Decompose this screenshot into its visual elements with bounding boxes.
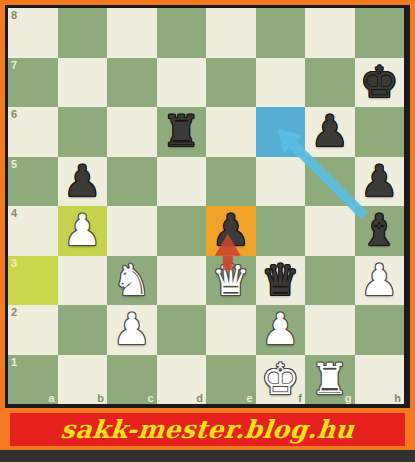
piece-black-pawn-b5[interactable]: ♟ <box>58 157 108 207</box>
square-c4[interactable] <box>107 206 157 256</box>
rank-label-5: 5 <box>11 158 17 170</box>
square-f2[interactable]: ♟ <box>256 305 306 355</box>
square-d6[interactable]: ♜ <box>157 107 207 157</box>
file-label-e: e <box>246 392 252 404</box>
file-label-d: d <box>196 392 203 404</box>
square-c3[interactable]: ♞ <box>107 256 157 306</box>
site-banner-text: sakk-mester.blog.hu <box>59 415 355 444</box>
square-b7[interactable] <box>58 58 108 108</box>
square-g1[interactable]: g♜ <box>305 355 355 405</box>
square-c8[interactable] <box>107 8 157 58</box>
board-frame: 87♚6♜♟5♟♟4♟♟♝3♞♛♛♟2♟♟1abcdef♚g♜h <box>5 5 410 408</box>
file-label-g: g <box>345 392 352 404</box>
square-b3[interactable] <box>58 256 108 306</box>
square-h3[interactable]: ♟ <box>355 256 405 306</box>
square-a6[interactable]: 6 <box>8 107 58 157</box>
square-a1[interactable]: 1a <box>8 355 58 405</box>
square-b2[interactable] <box>58 305 108 355</box>
file-label-a: a <box>48 392 54 404</box>
piece-black-pawn-h5[interactable]: ♟ <box>355 157 405 207</box>
piece-black-king-h7[interactable]: ♚ <box>355 58 405 108</box>
square-e2[interactable] <box>206 305 256 355</box>
square-g2[interactable] <box>305 305 355 355</box>
piece-black-pawn-e4[interactable]: ♟ <box>206 206 256 256</box>
square-e6[interactable] <box>206 107 256 157</box>
square-d3[interactable] <box>157 256 207 306</box>
square-c5[interactable] <box>107 157 157 207</box>
site-banner: sakk-mester.blog.hu <box>10 413 405 446</box>
square-c2[interactable]: ♟ <box>107 305 157 355</box>
square-a4[interactable]: 4 <box>8 206 58 256</box>
file-label-h: h <box>394 392 401 404</box>
square-d4[interactable] <box>157 206 207 256</box>
square-e5[interactable] <box>206 157 256 207</box>
rank-label-1: 1 <box>11 356 17 368</box>
square-c7[interactable] <box>107 58 157 108</box>
square-g6[interactable]: ♟ <box>305 107 355 157</box>
square-h6[interactable] <box>355 107 405 157</box>
square-g3[interactable] <box>305 256 355 306</box>
square-a3-move-from-highlight[interactable]: 3 <box>8 256 58 306</box>
square-h8[interactable] <box>355 8 405 58</box>
square-g4[interactable] <box>305 206 355 256</box>
square-e3[interactable]: ♛ <box>206 256 256 306</box>
file-label-c: c <box>147 392 153 404</box>
piece-black-bishop-h4[interactable]: ♝ <box>355 206 405 256</box>
square-e8[interactable] <box>206 8 256 58</box>
square-d7[interactable] <box>157 58 207 108</box>
rank-label-6: 6 <box>11 108 17 120</box>
square-f8[interactable] <box>256 8 306 58</box>
bottom-strip <box>0 450 415 462</box>
square-d8[interactable] <box>157 8 207 58</box>
square-h7[interactable]: ♚ <box>355 58 405 108</box>
rank-label-8: 8 <box>11 9 17 21</box>
square-h2[interactable] <box>355 305 405 355</box>
square-h4[interactable]: ♝ <box>355 206 405 256</box>
square-a7[interactable]: 7 <box>8 58 58 108</box>
piece-white-knight-c3[interactable]: ♞ <box>107 256 157 306</box>
square-d5[interactable] <box>157 157 207 207</box>
square-g5[interactable] <box>305 157 355 207</box>
square-f5[interactable] <box>256 157 306 207</box>
piece-white-pawn-f2[interactable]: ♟ <box>256 305 306 355</box>
square-c6[interactable] <box>107 107 157 157</box>
piece-white-pawn-b4[interactable]: ♟ <box>58 206 108 256</box>
rank-label-7: 7 <box>11 59 17 71</box>
square-b4-move-to-highlight[interactable]: ♟ <box>58 206 108 256</box>
square-e4-attacked-square-highlight[interactable]: ♟ <box>206 206 256 256</box>
square-h5[interactable]: ♟ <box>355 157 405 207</box>
square-f1[interactable]: f♚ <box>256 355 306 405</box>
square-d1[interactable]: d <box>157 355 207 405</box>
square-f6-target-square-highlight[interactable] <box>256 107 306 157</box>
square-b5[interactable]: ♟ <box>58 157 108 207</box>
square-e7[interactable] <box>206 58 256 108</box>
square-b1[interactable]: b <box>58 355 108 405</box>
piece-white-queen-e3[interactable]: ♛ <box>206 256 256 306</box>
piece-white-pawn-c2[interactable]: ♟ <box>107 305 157 355</box>
square-c1[interactable]: c <box>107 355 157 405</box>
square-h1[interactable]: h <box>355 355 405 405</box>
square-a2[interactable]: 2 <box>8 305 58 355</box>
banner-zone: sakk-mester.blog.hu <box>0 408 415 450</box>
square-f4[interactable] <box>256 206 306 256</box>
rank-label-4: 4 <box>11 207 17 219</box>
square-f7[interactable] <box>256 58 306 108</box>
piece-black-rook-d6[interactable]: ♜ <box>157 107 207 157</box>
piece-black-queen-f3[interactable]: ♛ <box>256 256 306 306</box>
piece-white-pawn-h3[interactable]: ♟ <box>355 256 405 306</box>
square-e1[interactable]: e <box>206 355 256 405</box>
square-d2[interactable] <box>157 305 207 355</box>
square-g8[interactable] <box>305 8 355 58</box>
square-b8[interactable] <box>58 8 108 58</box>
square-a8[interactable]: 8 <box>8 8 58 58</box>
chess-board[interactable]: 87♚6♜♟5♟♟4♟♟♝3♞♛♛♟2♟♟1abcdef♚g♜h <box>8 8 404 404</box>
square-b6[interactable] <box>58 107 108 157</box>
file-label-b: b <box>97 392 104 404</box>
piece-black-pawn-g6[interactable]: ♟ <box>305 107 355 157</box>
file-label-f: f <box>298 392 302 404</box>
square-a5[interactable]: 5 <box>8 157 58 207</box>
chess-diagram: 87♚6♜♟5♟♟4♟♟♝3♞♛♛♟2♟♟1abcdef♚g♜h sakk-me… <box>0 0 415 462</box>
rank-label-3: 3 <box>11 257 17 269</box>
rank-label-2: 2 <box>11 306 17 318</box>
square-g7[interactable] <box>305 58 355 108</box>
square-f3[interactable]: ♛ <box>256 256 306 306</box>
